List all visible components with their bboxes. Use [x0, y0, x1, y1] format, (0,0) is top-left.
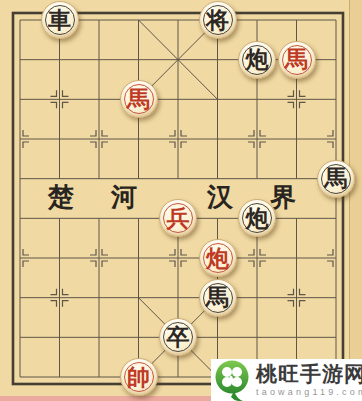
clover-logo-icon [213, 359, 253, 401]
red-horse[interactable]: 馬 [120, 80, 158, 118]
black-general[interactable]: 将 [199, 1, 237, 39]
xiangqi-game-screenshot: 楚 河 汉 界 車将炮馬馬馬兵炮炮馬卒帥 桃旺手游网 taowang119.co… [0, 0, 362, 401]
piece-character: 馬 [285, 48, 308, 71]
watermark-text: 桃旺手游网 taowang119.com [256, 363, 362, 397]
piece-character: 馬 [325, 167, 348, 190]
piece-character: 車 [48, 9, 71, 32]
black-horse[interactable]: 馬 [199, 279, 237, 317]
red-general[interactable]: 帥 [120, 358, 158, 396]
piece-character: 炮 [206, 247, 229, 270]
red-horse[interactable]: 馬 [278, 41, 316, 79]
piece-character: 兵 [167, 207, 190, 230]
watermark-title: 桃旺手游网 [256, 363, 362, 386]
piece-character: 卒 [167, 326, 190, 349]
watermark-url: taowang119.com [256, 387, 362, 397]
red-cannon[interactable]: 炮 [199, 239, 237, 277]
piece-character: 馬 [127, 88, 150, 111]
piece-character: 帥 [127, 366, 150, 389]
river-label-chu-he: 楚 河 [48, 180, 138, 215]
black-horse[interactable]: 馬 [317, 160, 355, 198]
black-cannon[interactable]: 炮 [238, 41, 276, 79]
watermark: 桃旺手游网 taowang119.com [211, 359, 362, 401]
piece-character: 炮 [246, 207, 269, 230]
piece-character: 将 [206, 9, 229, 32]
piece-character: 馬 [206, 286, 229, 309]
black-chariot[interactable]: 車 [41, 1, 79, 39]
piece-character: 炮 [246, 48, 269, 71]
